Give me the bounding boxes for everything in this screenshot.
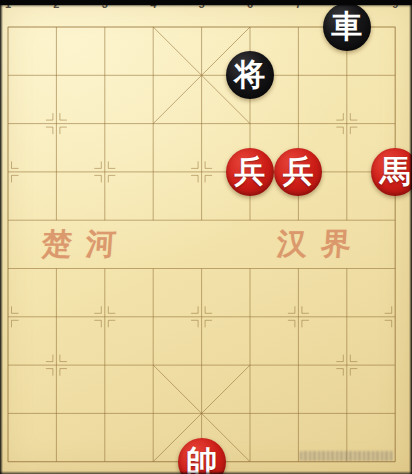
piece-black-general[interactable]: 将 (226, 51, 274, 99)
piece-red-horse[interactable]: 馬 (371, 148, 412, 196)
xiangqi-board-screenshot: 楚河 汉界 123456789 車将兵兵馬帥 (0, 0, 412, 474)
top-black-bar (0, 0, 412, 5)
piece-black-chariot[interactable]: 車 (323, 3, 371, 51)
piece-red-soldier[interactable]: 兵 (226, 148, 274, 196)
xiangqi-board[interactable]: 楚河 汉界 123456789 車将兵兵馬帥 (0, 0, 412, 474)
watermark (300, 451, 394, 461)
river-label-chuhe: 楚河 (41, 224, 132, 264)
piece-red-soldier[interactable]: 兵 (274, 148, 322, 196)
river-label-hanjie: 汉界 (276, 224, 367, 264)
left-dark-edge (0, 0, 3, 474)
